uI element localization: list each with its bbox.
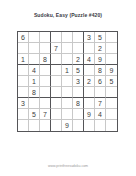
cell-r9c3[interactable]	[40, 120, 51, 131]
cell-r4c9[interactable]: 9	[106, 65, 117, 76]
cell-r6c2[interactable]: 8	[29, 87, 40, 98]
cell-r3c4[interactable]	[51, 54, 62, 65]
page-title: Sudoku, Easy (Puzzle #420)	[0, 12, 136, 18]
cell-r7c7[interactable]	[84, 98, 95, 109]
cell-r3c3[interactable]: 8	[40, 54, 51, 65]
cell-r1c6[interactable]	[73, 32, 84, 43]
cell-r7c5[interactable]	[62, 98, 73, 109]
cell-r4c6[interactable]: 5	[73, 65, 84, 76]
cell-r9c6[interactable]	[73, 120, 84, 131]
cell-r5c1[interactable]	[18, 76, 29, 87]
cell-r7c6[interactable]: 8	[73, 98, 84, 109]
cell-r4c2[interactable]: 4	[29, 65, 40, 76]
cell-r2c4[interactable]: 7	[51, 43, 62, 54]
cell-r3c7[interactable]: 4	[84, 54, 95, 65]
cell-r9c8[interactable]	[95, 120, 106, 131]
cell-r3c5[interactable]	[62, 54, 73, 65]
cell-r4c4[interactable]	[51, 65, 62, 76]
cell-r9c7[interactable]	[84, 120, 95, 131]
cell-r4c1[interactable]	[18, 65, 29, 76]
cell-r5c5[interactable]	[62, 76, 73, 87]
cell-r8c3[interactable]: 7	[40, 109, 51, 120]
cell-r1c8[interactable]: 5	[95, 32, 106, 43]
cell-r5c3[interactable]	[40, 76, 51, 87]
cell-r3c2[interactable]	[29, 54, 40, 65]
cell-r6c1[interactable]	[18, 87, 29, 98]
cell-r6c3[interactable]	[40, 87, 51, 98]
cell-r6c9[interactable]	[106, 87, 117, 98]
cell-r9c5[interactable]: 9	[62, 120, 73, 131]
cell-r2c1[interactable]	[18, 43, 29, 54]
cell-r2c5[interactable]	[62, 43, 73, 54]
cell-r9c2[interactable]	[29, 120, 40, 131]
cell-r3c6[interactable]: 2	[73, 54, 84, 65]
cell-r1c7[interactable]: 3	[84, 32, 95, 43]
cell-r7c9[interactable]	[106, 98, 117, 109]
cell-r5c7[interactable]: 2	[84, 76, 95, 87]
cell-r8c2[interactable]: 5	[29, 109, 40, 120]
cell-r9c1[interactable]	[18, 120, 29, 131]
cell-r5c8[interactable]: 6	[95, 76, 106, 87]
cell-r8c8[interactable]: 4	[95, 109, 106, 120]
cell-r1c3[interactable]	[40, 32, 51, 43]
cell-r3c9[interactable]	[106, 54, 117, 65]
cell-r4c5[interactable]: 1	[62, 65, 73, 76]
cell-r1c2[interactable]	[29, 32, 40, 43]
cell-r8c6[interactable]	[73, 109, 84, 120]
cell-r1c5[interactable]	[62, 32, 73, 43]
cell-r1c9[interactable]	[106, 32, 117, 43]
cell-r7c1[interactable]: 3	[18, 98, 29, 109]
cell-r3c1[interactable]: 1	[18, 54, 29, 65]
cell-r7c8[interactable]: 7	[95, 98, 106, 109]
cell-r8c9[interactable]	[106, 109, 117, 120]
cell-r8c7[interactable]: 9	[84, 109, 95, 120]
cell-r2c7[interactable]	[84, 43, 95, 54]
cell-r6c5[interactable]	[62, 87, 73, 98]
cell-r5c9[interactable]: 5	[106, 76, 117, 87]
cell-r8c4[interactable]	[51, 109, 62, 120]
cell-r2c8[interactable]: 2	[95, 43, 106, 54]
cell-r2c2[interactable]	[29, 43, 40, 54]
cell-r7c2[interactable]	[29, 98, 40, 109]
cell-r2c3[interactable]	[40, 43, 51, 54]
cell-r4c7[interactable]	[84, 65, 95, 76]
cell-r6c6[interactable]	[73, 87, 84, 98]
cell-r8c5[interactable]	[62, 109, 73, 120]
cell-r1c4[interactable]	[51, 32, 62, 43]
cell-r6c7[interactable]	[84, 87, 95, 98]
cell-r2c9[interactable]	[106, 43, 117, 54]
cell-r5c6[interactable]: 3	[73, 76, 84, 87]
cell-r9c4[interactable]	[51, 120, 62, 131]
cell-r7c3[interactable]	[40, 98, 51, 109]
cell-r4c3[interactable]	[40, 65, 51, 76]
cell-r9c9[interactable]	[106, 120, 117, 131]
sudoku-board: 63572182494158913265838757949	[17, 31, 118, 132]
cell-r4c8[interactable]: 8	[95, 65, 106, 76]
cell-r5c4[interactable]	[51, 76, 62, 87]
cell-r8c1[interactable]	[18, 109, 29, 120]
cell-r1c1[interactable]: 6	[18, 32, 29, 43]
cell-r6c4[interactable]	[51, 87, 62, 98]
cell-r7c4[interactable]	[51, 98, 62, 109]
cell-r5c2[interactable]: 1	[29, 76, 40, 87]
footer-url: www.printfreesudoku.com	[0, 164, 136, 168]
cell-r6c8[interactable]	[95, 87, 106, 98]
cell-r2c6[interactable]	[73, 43, 84, 54]
cell-r3c8[interactable]: 9	[95, 54, 106, 65]
